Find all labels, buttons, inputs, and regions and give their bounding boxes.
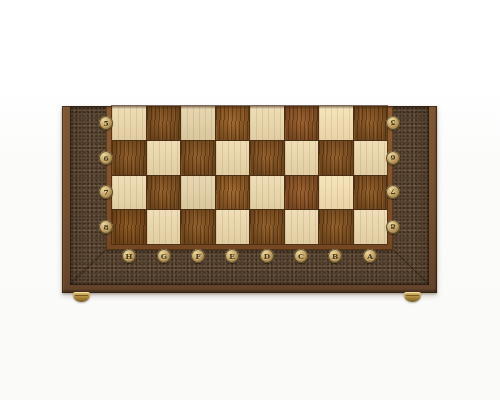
file-stud-d: D xyxy=(260,249,274,263)
square-a7 xyxy=(354,176,388,210)
square-g6 xyxy=(147,141,181,175)
square-b5 xyxy=(319,106,353,140)
file-stud-h: H xyxy=(122,249,136,263)
square-b8 xyxy=(319,210,353,244)
square-f5 xyxy=(181,106,215,140)
miter-joint-bottom-left xyxy=(69,250,106,285)
product-photo: 5678 5678 HGFEDCBA xyxy=(0,0,500,400)
square-h6 xyxy=(112,141,146,175)
file-labels-bottom: HGFEDCBA xyxy=(112,249,387,263)
rank-stud-7: 7 xyxy=(99,185,113,199)
file-stud-c: C xyxy=(294,249,308,263)
rank-stud-7: 7 xyxy=(386,185,400,199)
square-a6 xyxy=(354,141,388,175)
square-g8 xyxy=(147,210,181,244)
square-g5 xyxy=(147,106,181,140)
square-e5 xyxy=(216,106,250,140)
square-a8 xyxy=(354,210,388,244)
file-stud-e: E xyxy=(225,249,239,263)
rank-stud-8: 8 xyxy=(386,220,400,234)
square-d6 xyxy=(250,141,284,175)
square-b7 xyxy=(319,176,353,210)
miter-joint-bottom-right xyxy=(393,250,430,285)
square-f6 xyxy=(181,141,215,175)
rank-stud-5: 5 xyxy=(99,116,113,130)
square-d5 xyxy=(250,106,284,140)
rank-labels-right: 5678 xyxy=(386,106,400,244)
square-e6 xyxy=(216,141,250,175)
file-stud-a: A xyxy=(363,249,377,263)
square-h7 xyxy=(112,176,146,210)
square-e8 xyxy=(216,210,250,244)
square-b6 xyxy=(319,141,353,175)
square-c7 xyxy=(285,176,319,210)
brass-foot-right xyxy=(404,292,421,302)
square-c5 xyxy=(285,106,319,140)
rank-labels-left: 5678 xyxy=(99,106,113,244)
square-d8 xyxy=(250,210,284,244)
square-h5 xyxy=(112,106,146,140)
square-c6 xyxy=(285,141,319,175)
rank-stud-6: 6 xyxy=(386,151,400,165)
rank-stud-6: 6 xyxy=(99,151,113,165)
brass-foot-left xyxy=(73,292,90,302)
square-a5 xyxy=(354,106,388,140)
square-h8 xyxy=(112,210,146,244)
file-stud-b: B xyxy=(328,249,342,263)
file-stud-g: G xyxy=(157,249,171,263)
square-g7 xyxy=(147,176,181,210)
square-c8 xyxy=(285,210,319,244)
rank-stud-5: 5 xyxy=(386,116,400,130)
square-e7 xyxy=(216,176,250,210)
chess-board xyxy=(112,106,387,244)
square-d7 xyxy=(250,176,284,210)
square-f8 xyxy=(181,210,215,244)
folding-chess-box: 5678 5678 HGFEDCBA xyxy=(62,106,437,293)
square-f7 xyxy=(181,176,215,210)
file-stud-f: F xyxy=(191,249,205,263)
rank-stud-8: 8 xyxy=(99,220,113,234)
